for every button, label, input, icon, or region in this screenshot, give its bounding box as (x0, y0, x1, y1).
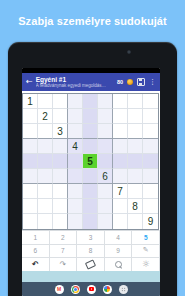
sudoku-cell-r4c6[interactable] (98, 139, 113, 154)
sudoku-cell-r4c5[interactable] (83, 139, 98, 154)
app-toolbar: ← Egyéni #1 A feladványnak egyedi megold… (22, 73, 160, 91)
sudoku-cell-r8c6[interactable] (98, 199, 113, 214)
sudoku-cell-r7c5[interactable] (83, 184, 98, 199)
sudoku-cell-r2c1[interactable] (23, 109, 38, 124)
sudoku-cell-r5c7[interactable] (113, 154, 128, 169)
keypad-digit-6[interactable]: 6 (22, 245, 50, 259)
keypad-digit-9[interactable]: 9 (105, 245, 133, 259)
sudoku-cell-r6c3[interactable] (53, 169, 68, 184)
overflow-menu-icon[interactable]: ⋮ (149, 79, 156, 86)
sudoku-cell-r3c3[interactable]: 3 (53, 124, 68, 139)
sudoku-cell-r5c4[interactable] (68, 154, 83, 169)
sudoku-cell-r1c3[interactable] (53, 94, 68, 109)
sudoku-cell-r7c8[interactable] (128, 184, 143, 199)
sudoku-cell-r7c6[interactable] (98, 184, 113, 199)
sudoku-cell-r1c2[interactable] (38, 94, 53, 109)
sudoku-cell-r8c9[interactable] (143, 199, 158, 214)
sudoku-cell-r4c3[interactable] (53, 139, 68, 154)
sudoku-cell-r2c2[interactable]: 2 (38, 109, 53, 124)
sudoku-cell-r1c8[interactable] (128, 94, 143, 109)
sudoku-cell-r8c5[interactable] (83, 199, 98, 214)
chrome-icon[interactable] (71, 285, 80, 294)
sudoku-cell-r6c1[interactable] (23, 169, 38, 184)
sudoku-cell-r2c3[interactable] (53, 109, 68, 124)
sudoku-cell-r6c5[interactable] (83, 169, 98, 184)
sudoku-cell-r6c8[interactable] (128, 169, 143, 184)
camera-dot-icon (127, 50, 131, 54)
sudoku-cell-r5c5[interactable]: 5 (83, 154, 98, 169)
sudoku-cell-r5c8[interactable] (128, 154, 143, 169)
sudoku-cell-r1c7[interactable] (113, 94, 128, 109)
sudoku-cell-r2c6[interactable] (98, 109, 113, 124)
coin-icon[interactable] (127, 79, 133, 85)
wallpaper-strip (22, 271, 160, 282)
sudoku-cell-r4c4[interactable]: 4 (68, 139, 83, 154)
gmail-icon[interactable]: M (55, 285, 64, 294)
sudoku-cell-r9c5[interactable] (83, 214, 98, 229)
sudoku-cell-r3c1[interactable] (23, 124, 38, 139)
coin-balance: 80 (117, 79, 123, 85)
sudoku-cell-r3c7[interactable] (113, 124, 128, 139)
sudoku-cell-r6c4[interactable] (68, 169, 83, 184)
sudoku-cell-r9c1[interactable] (23, 214, 38, 229)
sudoku-cell-r5c3[interactable] (53, 154, 68, 169)
store-caption: Szabja személyre sudokuját (0, 0, 185, 42)
keypad-digit-3[interactable]: 3 (77, 231, 105, 245)
sudoku-cell-r7c2[interactable] (38, 184, 53, 199)
sudoku-cell-r1c1[interactable]: 1 (23, 94, 38, 109)
sudoku-cell-r9c6[interactable] (98, 214, 113, 229)
sudoku-cell-r7c7[interactable]: 7 (113, 184, 128, 199)
sudoku-cell-r3c8[interactable] (128, 124, 143, 139)
android-taskbar: M (22, 282, 160, 296)
pencil-notes-icon[interactable]: ✎ (132, 245, 160, 259)
magnifier-icon[interactable] (105, 258, 133, 272)
sudoku-cell-r5c6[interactable] (98, 154, 113, 169)
google-photos-icon[interactable] (103, 285, 112, 294)
sudoku-cell-r1c4[interactable] (68, 94, 83, 109)
sudoku-cell-r2c9[interactable] (143, 109, 158, 124)
save-icon[interactable] (137, 78, 145, 86)
keypad-digit-5[interactable]: 5 (132, 231, 160, 245)
sudoku-cell-r4c8[interactable] (128, 139, 143, 154)
sudoku-cell-r9c8[interactable] (128, 214, 143, 229)
sudoku-cell-r6c7[interactable] (113, 169, 128, 184)
app-drawer-icon[interactable] (119, 285, 128, 294)
keypad-digit-1[interactable]: 1 (22, 231, 50, 245)
sudoku-cell-r1c5[interactable] (83, 94, 98, 109)
keypad-digit-7[interactable]: 7 (50, 245, 78, 259)
app-screen: ← Egyéni #1 A feladványnak egyedi megold… (22, 68, 160, 296)
undo-icon[interactable]: ↶ (22, 258, 50, 272)
puzzle-subtitle: A feladványnak egyedi megoldással kell r… (36, 83, 108, 88)
sudoku-cell-r8c2[interactable] (38, 199, 53, 214)
sudoku-cell-r9c7[interactable] (113, 214, 128, 229)
sudoku-cell-r4c2[interactable] (38, 139, 53, 154)
sudoku-cell-r9c3[interactable] (53, 214, 68, 229)
sudoku-cell-r9c9[interactable]: 9 (143, 214, 158, 229)
sudoku-cell-r2c5[interactable] (83, 109, 98, 124)
sudoku-cell-r8c1[interactable] (23, 199, 38, 214)
sudoku-cell-r4c1[interactable] (23, 139, 38, 154)
tablet-frame: ← Egyéni #1 A feladványnak egyedi megold… (8, 42, 177, 296)
sudoku-cell-r3c5[interactable] (83, 124, 98, 139)
back-arrow-icon[interactable]: ← (22, 78, 36, 86)
number-keypad: 123456789✎↶↷☼ (22, 230, 160, 272)
toolbar-actions: 80 ⋮ (117, 78, 160, 86)
sudoku-cell-r5c2[interactable] (38, 154, 53, 169)
eraser-icon[interactable] (77, 258, 105, 272)
title-block: Egyéni #1 A feladványnak egyedi megoldás… (36, 76, 117, 88)
puzzle-title: Egyéni #1 (36, 76, 117, 83)
sudoku-cell-r5c1[interactable] (23, 154, 38, 169)
sudoku-cell-r3c6[interactable] (98, 124, 113, 139)
sudoku-cell-r6c6[interactable]: 6 (98, 169, 113, 184)
sudoku-cell-r7c1[interactable] (23, 184, 38, 199)
sudoku-cell-r3c9[interactable] (143, 124, 158, 139)
sudoku-cell-r4c7[interactable] (113, 139, 128, 154)
hint-icon[interactable]: ☼ (132, 258, 160, 272)
keypad-digit-4[interactable]: 4 (105, 231, 133, 245)
sudoku-cell-r7c4[interactable] (68, 184, 83, 199)
sudoku-grid: 123456789 (22, 93, 159, 230)
sudoku-cell-r3c4[interactable] (68, 124, 83, 139)
sudoku-cell-r2c4[interactable] (68, 109, 83, 124)
sudoku-cell-r6c9[interactable] (143, 169, 158, 184)
sudoku-cell-r1c6[interactable] (98, 94, 113, 109)
sudoku-cell-r5c9[interactable] (143, 154, 158, 169)
sudoku-cell-r6c2[interactable] (38, 169, 53, 184)
sudoku-cell-r9c4[interactable] (68, 214, 83, 229)
sudoku-cell-r1c9[interactable] (143, 94, 158, 109)
sudoku-cell-r7c3[interactable] (53, 184, 68, 199)
sudoku-cell-r8c4[interactable] (68, 199, 83, 214)
keypad-digit-2[interactable]: 2 (50, 231, 78, 245)
sudoku-cell-r8c7[interactable] (113, 199, 128, 214)
youtube-icon[interactable] (87, 285, 96, 294)
sudoku-cell-r2c7[interactable] (113, 109, 128, 124)
sudoku-cell-r4c9[interactable] (143, 139, 158, 154)
sudoku-cell-r8c3[interactable] (53, 199, 68, 214)
sudoku-cell-r7c9[interactable] (143, 184, 158, 199)
sudoku-cell-r2c8[interactable] (128, 109, 143, 124)
keypad-digit-8[interactable]: 8 (77, 245, 105, 259)
redo-icon[interactable]: ↷ (50, 258, 78, 272)
sudoku-cell-r8c8[interactable]: 8 (128, 199, 143, 214)
sudoku-cell-r9c2[interactable] (38, 214, 53, 229)
sudoku-cell-r3c2[interactable] (38, 124, 53, 139)
